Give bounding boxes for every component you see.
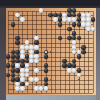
white-stone[interactable] <box>44 86 49 91</box>
black-stone[interactable] <box>6 63 11 68</box>
white-stone[interactable] <box>77 73 82 78</box>
black-stone[interactable] <box>67 27 72 32</box>
white-stone[interactable] <box>72 68 77 73</box>
white-stone[interactable] <box>20 68 25 73</box>
white-stone[interactable] <box>34 59 39 64</box>
white-stone[interactable] <box>86 27 91 32</box>
black-stone[interactable] <box>58 36 63 41</box>
white-stone[interactable] <box>25 68 30 73</box>
white-stone[interactable] <box>34 45 39 50</box>
white-stone[interactable] <box>25 82 30 87</box>
go-board-photo <box>0 0 100 100</box>
stones-layer <box>0 0 100 100</box>
black-stone[interactable] <box>77 54 82 59</box>
white-stone[interactable] <box>15 13 20 18</box>
black-stone[interactable] <box>91 17 96 22</box>
white-stone[interactable] <box>34 77 39 82</box>
white-stone[interactable] <box>34 68 39 73</box>
black-stone[interactable] <box>15 40 20 45</box>
white-stone[interactable] <box>72 45 77 50</box>
white-stone[interactable] <box>20 17 25 22</box>
black-stone[interactable] <box>58 22 63 27</box>
black-stone[interactable] <box>6 73 11 78</box>
black-stone[interactable] <box>77 68 82 73</box>
black-stone[interactable] <box>44 54 49 59</box>
white-stone[interactable] <box>91 27 96 32</box>
white-stone[interactable] <box>53 17 58 22</box>
white-stone[interactable] <box>20 45 25 50</box>
white-stone[interactable] <box>25 73 30 78</box>
black-stone[interactable] <box>81 45 86 50</box>
black-stone[interactable] <box>81 50 86 55</box>
white-stone[interactable] <box>39 86 44 91</box>
last-move-marker <box>45 51 47 53</box>
black-stone[interactable] <box>44 68 49 73</box>
white-stone[interactable] <box>20 86 25 91</box>
black-stone[interactable] <box>77 36 82 41</box>
white-stone[interactable] <box>72 50 77 55</box>
white-stone[interactable] <box>39 8 44 13</box>
black-stone[interactable] <box>11 22 16 27</box>
white-stone[interactable] <box>86 22 91 27</box>
black-stone[interactable] <box>72 22 77 27</box>
black-stone[interactable] <box>6 54 11 59</box>
